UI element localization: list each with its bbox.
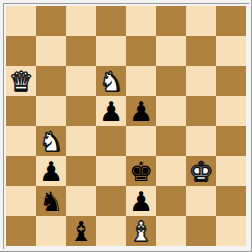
square-d7[interactable]: [96, 36, 126, 66]
square-a7[interactable]: [6, 36, 36, 66]
square-g8[interactable]: [186, 6, 216, 36]
square-d2[interactable]: [96, 186, 126, 216]
square-f8[interactable]: [156, 6, 186, 36]
piece-white-knight: ♞: [39, 128, 63, 155]
piece-white-king: ♚: [189, 158, 213, 185]
square-c2[interactable]: [66, 186, 96, 216]
square-c8[interactable]: [66, 6, 96, 36]
board-frame: ♛♞♟♟♞♟♚♚♞♟♝♝: [0, 0, 252, 252]
square-d8[interactable]: [96, 6, 126, 36]
square-b1[interactable]: [36, 216, 66, 246]
square-b7[interactable]: [36, 36, 66, 66]
square-d3[interactable]: [96, 156, 126, 186]
square-a8[interactable]: [6, 6, 36, 36]
square-e4[interactable]: [126, 126, 156, 156]
square-g2[interactable]: [186, 186, 216, 216]
square-c5[interactable]: [66, 96, 96, 126]
square-b2[interactable]: ♞: [36, 186, 66, 216]
square-g7[interactable]: [186, 36, 216, 66]
square-e2[interactable]: ♟: [126, 186, 156, 216]
piece-white-bishop: ♝: [129, 218, 153, 245]
square-e5[interactable]: ♟: [126, 96, 156, 126]
square-h5[interactable]: [216, 96, 246, 126]
piece-black-bishop: ♝: [69, 218, 93, 245]
square-e6[interactable]: [126, 66, 156, 96]
square-e7[interactable]: [126, 36, 156, 66]
piece-black-pawn: ♟: [129, 188, 153, 215]
square-e8[interactable]: [126, 6, 156, 36]
square-c1[interactable]: ♝: [66, 216, 96, 246]
square-b4[interactable]: ♞: [36, 126, 66, 156]
square-h7[interactable]: [216, 36, 246, 66]
square-f2[interactable]: [156, 186, 186, 216]
piece-white-knight: ♞: [99, 68, 123, 95]
square-h6[interactable]: [216, 66, 246, 96]
square-g6[interactable]: [186, 66, 216, 96]
square-f7[interactable]: [156, 36, 186, 66]
square-f4[interactable]: [156, 126, 186, 156]
square-h2[interactable]: [216, 186, 246, 216]
square-f6[interactable]: [156, 66, 186, 96]
square-h1[interactable]: [216, 216, 246, 246]
square-a2[interactable]: [6, 186, 36, 216]
piece-black-pawn: ♟: [99, 98, 123, 125]
square-h3[interactable]: [216, 156, 246, 186]
piece-black-pawn: ♟: [39, 158, 63, 185]
square-f3[interactable]: [156, 156, 186, 186]
square-d6[interactable]: ♞: [96, 66, 126, 96]
square-e1[interactable]: ♝: [126, 216, 156, 246]
square-d1[interactable]: [96, 216, 126, 246]
square-a4[interactable]: [6, 126, 36, 156]
square-b3[interactable]: ♟: [36, 156, 66, 186]
square-f5[interactable]: [156, 96, 186, 126]
square-f1[interactable]: [156, 216, 186, 246]
square-e3[interactable]: ♚: [126, 156, 156, 186]
square-c7[interactable]: [66, 36, 96, 66]
square-c3[interactable]: [66, 156, 96, 186]
square-d5[interactable]: ♟: [96, 96, 126, 126]
square-h8[interactable]: [216, 6, 246, 36]
chess-board: ♛♞♟♟♞♟♚♚♞♟♝♝: [6, 6, 246, 246]
piece-black-knight: ♞: [39, 188, 63, 215]
square-g3[interactable]: ♚: [186, 156, 216, 186]
square-b8[interactable]: [36, 6, 66, 36]
piece-black-king: ♚: [129, 158, 153, 185]
square-b5[interactable]: [36, 96, 66, 126]
square-c6[interactable]: [66, 66, 96, 96]
square-a6[interactable]: ♛: [6, 66, 36, 96]
square-h4[interactable]: [216, 126, 246, 156]
square-g5[interactable]: [186, 96, 216, 126]
piece-white-queen: ♛: [9, 68, 33, 95]
square-g4[interactable]: [186, 126, 216, 156]
square-a3[interactable]: [6, 156, 36, 186]
square-b6[interactable]: [36, 66, 66, 96]
square-c4[interactable]: [66, 126, 96, 156]
square-d4[interactable]: [96, 126, 126, 156]
piece-black-pawn: ♟: [129, 98, 153, 125]
square-g1[interactable]: [186, 216, 216, 246]
square-a5[interactable]: [6, 96, 36, 126]
square-a1[interactable]: [6, 216, 36, 246]
